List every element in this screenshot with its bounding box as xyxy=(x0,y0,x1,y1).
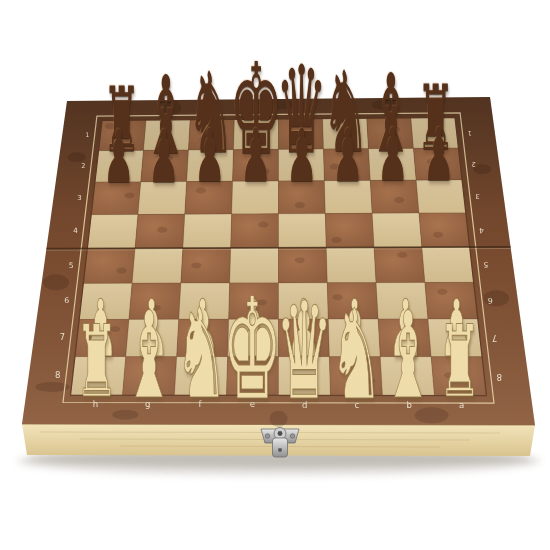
piece-dark-pawn-b2[interactable]: ♟︎ xyxy=(375,118,410,191)
piece-light-bishop-g8[interactable]: ♝ xyxy=(120,296,178,416)
piece-dark-pawn-h2[interactable]: ♟︎ xyxy=(101,120,136,193)
piece-light-knight-c8[interactable]: ♞ xyxy=(326,293,386,417)
piece-dark-pawn-f2[interactable]: ♟︎ xyxy=(192,119,227,192)
piece-light-rook-h8[interactable]: ♜ xyxy=(73,312,121,412)
piece-dark-pawn-c2[interactable]: ♟︎ xyxy=(330,119,365,192)
chess-set-photo: 1122334455667788hgfedcba ♜♝♞♚♛♞♝♜♟︎♟︎♟︎♟… xyxy=(0,0,550,550)
piece-dark-pawn-g2[interactable]: ♟︎ xyxy=(146,120,181,193)
pieces-layer: ♜♝♞♚♛♞♝♜♟︎♟︎♟︎♟︎♟︎♟︎♟︎♟︎♟︎♟︎♟︎♟︎♟︎♟︎♟︎♟︎… xyxy=(0,0,550,550)
piece-dark-pawn-d2[interactable]: ♟︎ xyxy=(284,119,319,192)
piece-light-rook-a8[interactable]: ♜ xyxy=(436,312,484,412)
piece-dark-pawn-a2[interactable]: ♟︎ xyxy=(421,118,456,191)
piece-light-bishop-b8[interactable]: ♝ xyxy=(379,296,437,416)
piece-dark-pawn-e2[interactable]: ♟︎ xyxy=(238,119,273,192)
